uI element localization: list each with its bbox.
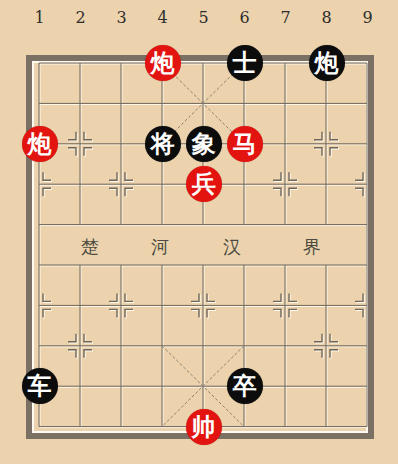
file-label-1: 1 <box>19 8 60 27</box>
piece-red-soldier[interactable]: 兵 <box>186 166 222 202</box>
file-label-2: 2 <box>60 8 101 27</box>
piece-red-horse[interactable]: 马 <box>227 126 263 162</box>
file-label-5: 5 <box>183 8 224 27</box>
piece-black-cannon[interactable]: 炮 <box>309 45 345 81</box>
file-label-6: 6 <box>224 8 265 27</box>
piece-black-elephant[interactable]: 象 <box>186 126 222 162</box>
pieces-layer: 炮士炮炮将象马兵车卒帅 <box>19 43 388 447</box>
piece-black-advisor[interactable]: 士 <box>227 45 263 81</box>
piece-red-cannon[interactable]: 炮 <box>145 45 181 81</box>
piece-red-cannon[interactable]: 炮 <box>22 126 58 162</box>
piece-red-general[interactable]: 帅 <box>186 409 222 445</box>
piece-black-soldier[interactable]: 卒 <box>227 368 263 404</box>
file-labels: 1 2 3 4 5 6 7 8 9 <box>19 8 388 27</box>
file-label-8: 8 <box>306 8 347 27</box>
piece-black-chariot[interactable]: 车 <box>22 368 58 404</box>
file-label-9: 9 <box>347 8 388 27</box>
piece-black-general[interactable]: 将 <box>145 126 181 162</box>
xiangqi-puzzle-page: 1 2 3 4 5 6 7 8 9 楚 河 汉 界 炮士炮炮将象马兵车卒帅 <box>0 0 398 464</box>
file-label-7: 7 <box>265 8 306 27</box>
file-label-3: 3 <box>101 8 142 27</box>
file-label-4: 4 <box>142 8 183 27</box>
